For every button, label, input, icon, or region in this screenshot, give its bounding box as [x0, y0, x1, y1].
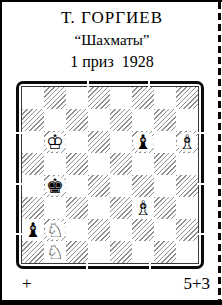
square-a7[interactable] [22, 109, 44, 131]
square-h3[interactable] [176, 197, 198, 219]
square-h4[interactable] [176, 175, 198, 197]
square-c6[interactable] [66, 131, 88, 153]
board-outer-border: ♔♝♗♚♗♝♘♘ [16, 81, 204, 269]
square-d1[interactable] [88, 241, 110, 263]
square-c7[interactable] [66, 109, 88, 131]
chess-board-frame: ♔♝♗♚♗♝♘♘ [16, 81, 204, 269]
square-g3[interactable] [154, 197, 176, 219]
square-d3[interactable] [88, 197, 110, 219]
square-h8[interactable] [176, 87, 198, 109]
composer-name: Т. ГОРГИЕВ [2, 8, 222, 28]
square-a2[interactable]: ♝ [22, 219, 44, 241]
square-d4[interactable] [88, 175, 110, 197]
square-g5[interactable] [154, 153, 176, 175]
frame-break-left-1 [16, 132, 23, 134]
frame-break-right-2 [197, 183, 204, 185]
square-f7[interactable] [132, 109, 154, 131]
square-d7[interactable] [88, 109, 110, 131]
square-a6[interactable] [22, 131, 44, 153]
square-b6[interactable]: ♔ [44, 131, 66, 153]
square-f8[interactable] [132, 87, 154, 109]
white-bishop: ♗ [176, 131, 198, 153]
square-h6[interactable]: ♗ [176, 131, 198, 153]
square-a8[interactable] [22, 87, 44, 109]
chess-board: ♔♝♗♚♗♝♘♘ [22, 87, 198, 263]
frame-break-top-1 [87, 81, 89, 88]
frame-break-left-3 [16, 233, 23, 235]
square-e7[interactable] [110, 109, 132, 131]
square-g1[interactable] [154, 241, 176, 263]
square-b8[interactable] [44, 87, 66, 109]
source-publication: “Шахматы” [2, 31, 222, 49]
black-bishop: ♝ [22, 219, 44, 241]
white-king: ♔ [44, 131, 66, 153]
black-bishop: ♝ [132, 131, 154, 153]
square-f1[interactable] [132, 241, 154, 263]
frame-break-right-3 [197, 233, 204, 235]
square-f2[interactable] [132, 219, 154, 241]
square-c3[interactable] [66, 197, 88, 219]
diagram-header: Т. ГОРГИЕВ “Шахматы” 1 приз 1928 [2, 2, 222, 71]
square-g8[interactable] [154, 87, 176, 109]
square-e1[interactable] [110, 241, 132, 263]
white-bishop: ♗ [132, 197, 154, 219]
square-f6[interactable]: ♝ [132, 131, 154, 153]
square-a4[interactable] [22, 175, 44, 197]
square-a3[interactable] [22, 197, 44, 219]
square-d6[interactable] [88, 131, 110, 153]
frame-break-left-2 [16, 183, 23, 185]
square-a5[interactable] [22, 153, 44, 175]
square-d2[interactable] [88, 219, 110, 241]
square-g6[interactable] [154, 131, 176, 153]
square-d8[interactable] [88, 87, 110, 109]
frame-break-bottom-2 [149, 262, 151, 269]
square-f5[interactable] [132, 153, 154, 175]
square-d5[interactable] [88, 153, 110, 175]
material-count-label: 5+3 [183, 275, 210, 293]
square-c2[interactable] [66, 219, 88, 241]
stipulation-label: + [22, 275, 32, 293]
frame-break-right-1 [197, 132, 204, 134]
square-g2[interactable] [154, 219, 176, 241]
square-f3[interactable]: ♗ [132, 197, 154, 219]
square-b3[interactable] [44, 197, 66, 219]
square-e8[interactable] [110, 87, 132, 109]
square-b5[interactable] [44, 153, 66, 175]
square-b1[interactable]: ♘ [44, 241, 66, 263]
board-inner-border: ♔♝♗♚♗♝♘♘ [21, 86, 199, 264]
square-e4[interactable] [110, 175, 132, 197]
white-knight: ♘ [44, 219, 66, 241]
square-c4[interactable] [66, 175, 88, 197]
square-a1[interactable] [22, 241, 44, 263]
square-e6[interactable] [110, 131, 132, 153]
square-g4[interactable] [154, 175, 176, 197]
diagram-footer: + 5+3 [2, 275, 222, 293]
square-g7[interactable] [154, 109, 176, 131]
square-e2[interactable] [110, 219, 132, 241]
square-e3[interactable] [110, 197, 132, 219]
page-edge-dashed-line [218, 2, 221, 300]
square-b2[interactable]: ♘ [44, 219, 66, 241]
square-h7[interactable] [176, 109, 198, 131]
square-f4[interactable] [132, 175, 154, 197]
square-h1[interactable] [176, 241, 198, 263]
square-e5[interactable] [110, 153, 132, 175]
square-h5[interactable] [176, 153, 198, 175]
frame-break-top-2 [148, 81, 150, 88]
black-king: ♚ [44, 175, 66, 197]
square-h2[interactable] [176, 219, 198, 241]
square-c5[interactable] [66, 153, 88, 175]
award-year: 1 приз 1928 [2, 52, 222, 71]
diagram-page: Т. ГОРГИЕВ “Шахматы” 1 приз 1928 ♔♝♗♚♗♝♘… [0, 0, 222, 305]
square-c1[interactable] [66, 241, 88, 263]
white-knight: ♘ [44, 241, 66, 263]
frame-break-bottom-1 [86, 262, 88, 269]
square-b4[interactable]: ♚ [44, 175, 66, 197]
square-b7[interactable] [44, 109, 66, 131]
square-c8[interactable] [66, 87, 88, 109]
